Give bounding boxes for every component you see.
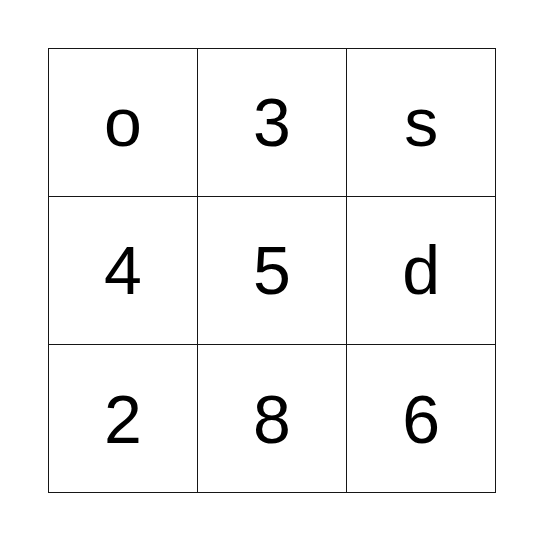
cell-r1c1[interactable]: o (49, 49, 197, 196)
cell-r2c3[interactable]: d (347, 197, 495, 344)
cell-r2c2[interactable]: 5 (198, 197, 346, 344)
cell-r1c3[interactable]: s (347, 49, 495, 196)
cell-r3c3[interactable]: 6 (347, 345, 495, 492)
cell-r3c2[interactable]: 8 (198, 345, 346, 492)
cell-r2c1[interactable]: 4 (49, 197, 197, 344)
puzzle-grid: o 3 s 4 5 d 2 8 6 (48, 48, 496, 493)
cell-r1c2[interactable]: 3 (198, 49, 346, 196)
cell-r3c1[interactable]: 2 (49, 345, 197, 492)
